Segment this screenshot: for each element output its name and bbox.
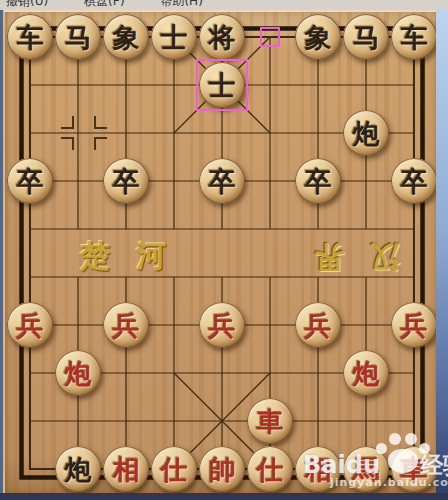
menu-item-board[interactable]: 棋盘(P) bbox=[84, 0, 125, 10]
menu-bar: 撤销(U) 棋盘(P) 帮助(H) bbox=[0, 0, 448, 10]
piece-red-帥[interactable]: 帥 bbox=[199, 446, 245, 492]
piece-black-卒[interactable]: 卒 bbox=[7, 158, 53, 204]
river-label-han-jie: 汉界 bbox=[288, 236, 374, 277]
piece-black-象[interactable]: 象 bbox=[103, 14, 149, 60]
piece-black-卒[interactable]: 卒 bbox=[103, 158, 149, 204]
piece-black-马[interactable]: 马 bbox=[343, 14, 389, 60]
window-edge-right[interactable] bbox=[436, 10, 448, 500]
app-window: 撤销(U) 棋盘(P) 帮助(H) bbox=[0, 0, 448, 500]
piece-black-士[interactable]: 士 bbox=[199, 62, 245, 108]
piece-red-馬[interactable]: 馬 bbox=[343, 446, 389, 492]
piece-black-炮[interactable]: 炮 bbox=[55, 446, 101, 492]
piece-red-兵[interactable]: 兵 bbox=[199, 302, 245, 348]
piece-black-士[interactable]: 士 bbox=[151, 14, 197, 60]
menu-item-undo[interactable]: 撤销(U) bbox=[6, 0, 48, 10]
piece-red-炮[interactable]: 炮 bbox=[343, 350, 389, 396]
piece-black-象[interactable]: 象 bbox=[295, 14, 341, 60]
piece-red-兵[interactable]: 兵 bbox=[7, 302, 53, 348]
window-edge-left bbox=[0, 10, 3, 500]
piece-red-兵[interactable]: 兵 bbox=[295, 302, 341, 348]
piece-red-車[interactable]: 車 bbox=[247, 398, 293, 444]
piece-red-仕[interactable]: 仕 bbox=[247, 446, 293, 492]
piece-black-车[interactable]: 车 bbox=[7, 14, 53, 60]
piece-red-仕[interactable]: 仕 bbox=[151, 446, 197, 492]
piece-red-車[interactable]: 車 bbox=[391, 446, 437, 492]
piece-red-兵[interactable]: 兵 bbox=[391, 302, 437, 348]
piece-black-车[interactable]: 车 bbox=[391, 14, 437, 60]
piece-red-兵[interactable]: 兵 bbox=[103, 302, 149, 348]
piece-red-相[interactable]: 相 bbox=[295, 446, 341, 492]
piece-black-将[interactable]: 将 bbox=[199, 14, 245, 60]
piece-red-相[interactable]: 相 bbox=[103, 446, 149, 492]
window-edge-bottom bbox=[0, 493, 448, 500]
piece-black-卒[interactable]: 卒 bbox=[295, 158, 341, 204]
piece-black-卒[interactable]: 卒 bbox=[199, 158, 245, 204]
river-label-chu-he: 楚河 bbox=[80, 236, 192, 277]
piece-black-马[interactable]: 马 bbox=[55, 14, 101, 60]
piece-red-炮[interactable]: 炮 bbox=[55, 350, 101, 396]
menu-item-help[interactable]: 帮助(H) bbox=[160, 0, 202, 10]
piece-black-卒[interactable]: 卒 bbox=[391, 158, 437, 204]
piece-black-炮[interactable]: 炮 bbox=[343, 110, 389, 156]
